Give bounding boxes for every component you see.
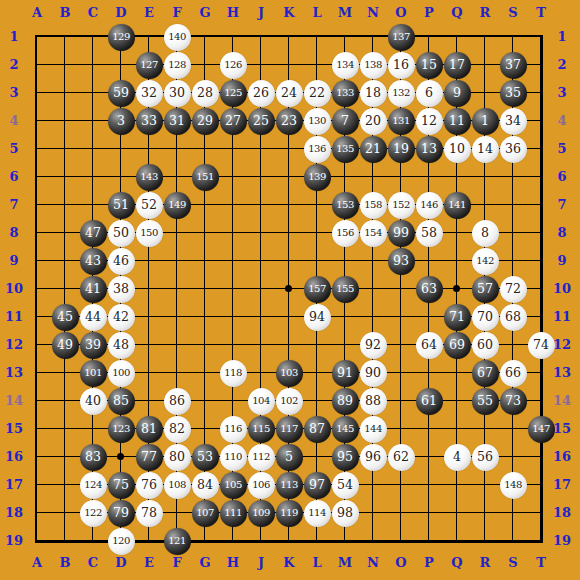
intersection-B1[interactable] (51, 23, 79, 51)
intersection-S5[interactable]: 36 (499, 135, 527, 163)
intersection-B6[interactable] (51, 163, 79, 191)
intersection-J4[interactable]: 25 (247, 107, 275, 135)
intersection-J5[interactable] (247, 135, 275, 163)
intersection-H17[interactable]: 105 (219, 471, 247, 499)
intersection-E17[interactable]: 76 (135, 471, 163, 499)
intersection-B13[interactable] (51, 359, 79, 387)
intersection-H6[interactable] (219, 163, 247, 191)
intersection-F4[interactable]: 31 (163, 107, 191, 135)
intersection-B2[interactable] (51, 51, 79, 79)
intersection-S12[interactable] (499, 331, 527, 359)
intersection-O4[interactable]: 131 (387, 107, 415, 135)
intersection-N19[interactable] (359, 527, 387, 555)
intersection-M19[interactable] (331, 527, 359, 555)
intersection-F10[interactable] (163, 275, 191, 303)
intersection-N16[interactable]: 96 (359, 443, 387, 471)
intersection-Q3[interactable]: 9 (443, 79, 471, 107)
intersection-R3[interactable] (471, 79, 499, 107)
intersection-Q16[interactable]: 4 (443, 443, 471, 471)
intersection-O15[interactable] (387, 415, 415, 443)
intersection-E2[interactable]: 127 (135, 51, 163, 79)
intersection-G14[interactable] (191, 387, 219, 415)
intersection-J7[interactable] (247, 191, 275, 219)
intersection-N7[interactable]: 158 (359, 191, 387, 219)
intersection-G19[interactable] (191, 527, 219, 555)
intersection-P15[interactable] (415, 415, 443, 443)
intersection-R7[interactable] (471, 191, 499, 219)
intersection-L6[interactable]: 139 (303, 163, 331, 191)
intersection-R1[interactable] (471, 23, 499, 51)
intersection-L8[interactable] (303, 219, 331, 247)
intersection-S8[interactable] (499, 219, 527, 247)
intersection-O14[interactable] (387, 387, 415, 415)
intersection-D5[interactable] (107, 135, 135, 163)
intersection-C16[interactable]: 83 (79, 443, 107, 471)
intersection-Q9[interactable] (443, 247, 471, 275)
intersection-K1[interactable] (275, 23, 303, 51)
intersection-K9[interactable] (275, 247, 303, 275)
intersection-Q18[interactable] (443, 499, 471, 527)
intersection-O16[interactable]: 62 (387, 443, 415, 471)
intersection-D14[interactable]: 85 (107, 387, 135, 415)
intersection-E7[interactable]: 52 (135, 191, 163, 219)
intersection-Q15[interactable] (443, 415, 471, 443)
intersection-Q1[interactable] (443, 23, 471, 51)
intersection-F16[interactable]: 80 (163, 443, 191, 471)
intersection-S17[interactable]: 148 (499, 471, 527, 499)
intersection-S2[interactable]: 37 (499, 51, 527, 79)
intersection-M13[interactable]: 91 (331, 359, 359, 387)
intersection-O19[interactable] (387, 527, 415, 555)
intersection-G15[interactable] (191, 415, 219, 443)
intersection-Q19[interactable] (443, 527, 471, 555)
intersection-P9[interactable] (415, 247, 443, 275)
intersection-G2[interactable] (191, 51, 219, 79)
intersection-L7[interactable] (303, 191, 331, 219)
intersection-H12[interactable] (219, 331, 247, 359)
intersection-K12[interactable] (275, 331, 303, 359)
intersection-H13[interactable]: 118 (219, 359, 247, 387)
intersection-O8[interactable]: 99 (387, 219, 415, 247)
intersection-O5[interactable]: 19 (387, 135, 415, 163)
intersection-D13[interactable]: 100 (107, 359, 135, 387)
intersection-O17[interactable] (387, 471, 415, 499)
intersection-G1[interactable] (191, 23, 219, 51)
intersection-F7[interactable]: 149 (163, 191, 191, 219)
intersection-R5[interactable]: 14 (471, 135, 499, 163)
intersection-C13[interactable]: 101 (79, 359, 107, 387)
intersection-J3[interactable]: 26 (247, 79, 275, 107)
intersection-S18[interactable] (499, 499, 527, 527)
intersection-D4[interactable]: 3 (107, 107, 135, 135)
intersection-G3[interactable]: 28 (191, 79, 219, 107)
intersection-D9[interactable]: 46 (107, 247, 135, 275)
intersection-J16[interactable]: 112 (247, 443, 275, 471)
intersection-O3[interactable]: 132 (387, 79, 415, 107)
intersection-F11[interactable] (163, 303, 191, 331)
intersection-K18[interactable]: 119 (275, 499, 303, 527)
intersection-C4[interactable] (79, 107, 107, 135)
intersection-C8[interactable]: 47 (79, 219, 107, 247)
intersection-H16[interactable]: 110 (219, 443, 247, 471)
intersection-G6[interactable]: 151 (191, 163, 219, 191)
intersection-G7[interactable] (191, 191, 219, 219)
intersection-J13[interactable] (247, 359, 275, 387)
intersection-F19[interactable]: 121 (163, 527, 191, 555)
intersection-N9[interactable] (359, 247, 387, 275)
intersection-K7[interactable] (275, 191, 303, 219)
intersection-L9[interactable] (303, 247, 331, 275)
intersection-F15[interactable]: 82 (163, 415, 191, 443)
intersection-H4[interactable]: 27 (219, 107, 247, 135)
intersection-S16[interactable] (499, 443, 527, 471)
intersection-C6[interactable] (79, 163, 107, 191)
intersection-J6[interactable] (247, 163, 275, 191)
intersection-E12[interactable] (135, 331, 163, 359)
intersection-C12[interactable]: 39 (79, 331, 107, 359)
intersection-M16[interactable]: 95 (331, 443, 359, 471)
intersection-D16[interactable] (107, 443, 135, 471)
intersection-R15[interactable] (471, 415, 499, 443)
intersection-Q4[interactable]: 11 (443, 107, 471, 135)
intersection-B3[interactable] (51, 79, 79, 107)
intersection-K5[interactable] (275, 135, 303, 163)
intersection-B5[interactable] (51, 135, 79, 163)
intersection-H5[interactable] (219, 135, 247, 163)
intersection-M7[interactable]: 153 (331, 191, 359, 219)
intersection-M12[interactable] (331, 331, 359, 359)
intersection-P8[interactable]: 58 (415, 219, 443, 247)
intersection-C18[interactable]: 122 (79, 499, 107, 527)
intersection-R4[interactable]: 1 (471, 107, 499, 135)
intersection-B16[interactable] (51, 443, 79, 471)
intersection-N4[interactable]: 20 (359, 107, 387, 135)
intersection-J11[interactable] (247, 303, 275, 331)
intersection-E8[interactable]: 150 (135, 219, 163, 247)
intersection-O11[interactable] (387, 303, 415, 331)
intersection-F12[interactable] (163, 331, 191, 359)
intersection-E6[interactable]: 143 (135, 163, 163, 191)
intersection-L17[interactable]: 97 (303, 471, 331, 499)
intersection-N11[interactable] (359, 303, 387, 331)
intersection-S9[interactable] (499, 247, 527, 275)
intersection-L12[interactable] (303, 331, 331, 359)
intersection-K11[interactable] (275, 303, 303, 331)
intersection-M18[interactable]: 98 (331, 499, 359, 527)
intersection-R19[interactable] (471, 527, 499, 555)
intersection-Q8[interactable] (443, 219, 471, 247)
intersection-F5[interactable] (163, 135, 191, 163)
intersection-R6[interactable] (471, 163, 499, 191)
intersection-J8[interactable] (247, 219, 275, 247)
intersection-G17[interactable]: 84 (191, 471, 219, 499)
intersection-J19[interactable] (247, 527, 275, 555)
intersection-O2[interactable]: 16 (387, 51, 415, 79)
intersection-E16[interactable]: 77 (135, 443, 163, 471)
intersection-B7[interactable] (51, 191, 79, 219)
intersection-M11[interactable] (331, 303, 359, 331)
intersection-R10[interactable]: 57 (471, 275, 499, 303)
intersection-L18[interactable]: 114 (303, 499, 331, 527)
intersection-K16[interactable]: 5 (275, 443, 303, 471)
intersection-D11[interactable]: 42 (107, 303, 135, 331)
intersection-K4[interactable]: 23 (275, 107, 303, 135)
intersection-E1[interactable] (135, 23, 163, 51)
intersection-P13[interactable] (415, 359, 443, 387)
intersection-D10[interactable]: 38 (107, 275, 135, 303)
intersection-L16[interactable] (303, 443, 331, 471)
intersection-Q12[interactable]: 69 (443, 331, 471, 359)
intersection-O9[interactable]: 93 (387, 247, 415, 275)
intersection-O7[interactable]: 152 (387, 191, 415, 219)
intersection-B11[interactable]: 45 (51, 303, 79, 331)
intersection-S19[interactable] (499, 527, 527, 555)
intersection-F18[interactable] (163, 499, 191, 527)
intersection-M6[interactable] (331, 163, 359, 191)
intersection-E18[interactable]: 78 (135, 499, 163, 527)
intersection-S10[interactable]: 72 (499, 275, 527, 303)
intersection-M15[interactable]: 145 (331, 415, 359, 443)
intersection-C9[interactable]: 43 (79, 247, 107, 275)
intersection-B19[interactable] (51, 527, 79, 555)
intersection-G10[interactable] (191, 275, 219, 303)
intersection-L3[interactable]: 22 (303, 79, 331, 107)
intersection-J10[interactable] (247, 275, 275, 303)
intersection-G12[interactable] (191, 331, 219, 359)
intersection-Q17[interactable] (443, 471, 471, 499)
intersection-R17[interactable] (471, 471, 499, 499)
intersection-S6[interactable] (499, 163, 527, 191)
intersection-L11[interactable]: 94 (303, 303, 331, 331)
intersection-N13[interactable]: 90 (359, 359, 387, 387)
intersection-S15[interactable] (499, 415, 527, 443)
intersection-K10[interactable] (275, 275, 303, 303)
intersection-L5[interactable]: 136 (303, 135, 331, 163)
intersection-H1[interactable] (219, 23, 247, 51)
intersection-F6[interactable] (163, 163, 191, 191)
intersection-B18[interactable] (51, 499, 79, 527)
intersection-L15[interactable]: 87 (303, 415, 331, 443)
intersection-D8[interactable]: 50 (107, 219, 135, 247)
intersection-N15[interactable]: 144 (359, 415, 387, 443)
intersection-G16[interactable]: 53 (191, 443, 219, 471)
intersection-N6[interactable] (359, 163, 387, 191)
intersection-G13[interactable] (191, 359, 219, 387)
intersection-E19[interactable] (135, 527, 163, 555)
intersection-C1[interactable] (79, 23, 107, 51)
intersection-N10[interactable] (359, 275, 387, 303)
intersection-P1[interactable] (415, 23, 443, 51)
intersection-P5[interactable]: 13 (415, 135, 443, 163)
intersection-M2[interactable]: 134 (331, 51, 359, 79)
intersection-L2[interactable] (303, 51, 331, 79)
intersection-D15[interactable]: 123 (107, 415, 135, 443)
intersection-H18[interactable]: 111 (219, 499, 247, 527)
intersection-G11[interactable] (191, 303, 219, 331)
intersection-R14[interactable]: 55 (471, 387, 499, 415)
intersection-J12[interactable] (247, 331, 275, 359)
intersection-F13[interactable] (163, 359, 191, 387)
intersection-M8[interactable]: 156 (331, 219, 359, 247)
intersection-R18[interactable] (471, 499, 499, 527)
intersection-K19[interactable] (275, 527, 303, 555)
intersection-P12[interactable]: 64 (415, 331, 443, 359)
intersection-K2[interactable] (275, 51, 303, 79)
intersection-H3[interactable]: 125 (219, 79, 247, 107)
intersection-Q5[interactable]: 10 (443, 135, 471, 163)
intersection-Q10[interactable] (443, 275, 471, 303)
intersection-G4[interactable]: 29 (191, 107, 219, 135)
intersection-N3[interactable]: 18 (359, 79, 387, 107)
intersection-N18[interactable] (359, 499, 387, 527)
intersection-D7[interactable]: 51 (107, 191, 135, 219)
intersection-C7[interactable] (79, 191, 107, 219)
intersection-F9[interactable] (163, 247, 191, 275)
intersection-D3[interactable]: 59 (107, 79, 135, 107)
intersection-D19[interactable]: 120 (107, 527, 135, 555)
intersection-H2[interactable]: 126 (219, 51, 247, 79)
intersection-L19[interactable] (303, 527, 331, 555)
intersection-Q14[interactable] (443, 387, 471, 415)
intersection-H11[interactable] (219, 303, 247, 331)
intersection-E10[interactable] (135, 275, 163, 303)
intersection-P18[interactable] (415, 499, 443, 527)
intersection-M1[interactable] (331, 23, 359, 51)
intersection-P17[interactable] (415, 471, 443, 499)
intersection-M17[interactable]: 54 (331, 471, 359, 499)
intersection-M4[interactable]: 7 (331, 107, 359, 135)
intersection-L10[interactable]: 157 (303, 275, 331, 303)
intersection-B10[interactable] (51, 275, 79, 303)
intersection-H19[interactable] (219, 527, 247, 555)
intersection-B9[interactable] (51, 247, 79, 275)
intersection-Q11[interactable]: 71 (443, 303, 471, 331)
intersection-P4[interactable]: 12 (415, 107, 443, 135)
intersection-R8[interactable]: 8 (471, 219, 499, 247)
intersection-O13[interactable] (387, 359, 415, 387)
intersection-C11[interactable]: 44 (79, 303, 107, 331)
intersection-E9[interactable] (135, 247, 163, 275)
intersection-O12[interactable] (387, 331, 415, 359)
intersection-E4[interactable]: 33 (135, 107, 163, 135)
intersection-N1[interactable] (359, 23, 387, 51)
intersection-S1[interactable] (499, 23, 527, 51)
intersection-O10[interactable] (387, 275, 415, 303)
intersection-S13[interactable]: 66 (499, 359, 527, 387)
intersection-J15[interactable]: 115 (247, 415, 275, 443)
intersection-S11[interactable]: 68 (499, 303, 527, 331)
intersection-K14[interactable]: 102 (275, 387, 303, 415)
intersection-B14[interactable] (51, 387, 79, 415)
intersection-N17[interactable] (359, 471, 387, 499)
intersection-C3[interactable] (79, 79, 107, 107)
intersection-R11[interactable]: 70 (471, 303, 499, 331)
intersection-P14[interactable]: 61 (415, 387, 443, 415)
intersection-Q2[interactable]: 17 (443, 51, 471, 79)
intersection-N14[interactable]: 88 (359, 387, 387, 415)
intersection-M3[interactable]: 133 (331, 79, 359, 107)
intersection-P6[interactable] (415, 163, 443, 191)
intersection-R13[interactable]: 67 (471, 359, 499, 387)
intersection-F17[interactable]: 108 (163, 471, 191, 499)
intersection-B15[interactable] (51, 415, 79, 443)
intersection-F8[interactable] (163, 219, 191, 247)
intersection-J1[interactable] (247, 23, 275, 51)
intersection-B8[interactable] (51, 219, 79, 247)
intersection-M14[interactable]: 89 (331, 387, 359, 415)
intersection-C17[interactable]: 124 (79, 471, 107, 499)
intersection-T15[interactable]: 147 (527, 415, 555, 443)
intersection-D1[interactable]: 129 (107, 23, 135, 51)
intersection-C10[interactable]: 41 (79, 275, 107, 303)
intersection-C2[interactable] (79, 51, 107, 79)
intersection-C5[interactable] (79, 135, 107, 163)
intersection-L1[interactable] (303, 23, 331, 51)
intersection-P11[interactable] (415, 303, 443, 331)
intersection-G8[interactable] (191, 219, 219, 247)
intersection-K17[interactable]: 113 (275, 471, 303, 499)
intersection-T12[interactable]: 74 (527, 331, 555, 359)
intersection-E14[interactable] (135, 387, 163, 415)
intersection-M5[interactable]: 135 (331, 135, 359, 163)
intersection-O6[interactable] (387, 163, 415, 191)
intersection-D6[interactable] (107, 163, 135, 191)
intersection-D2[interactable] (107, 51, 135, 79)
intersection-N2[interactable]: 138 (359, 51, 387, 79)
intersection-P3[interactable]: 6 (415, 79, 443, 107)
intersection-J18[interactable]: 109 (247, 499, 275, 527)
intersection-H15[interactable]: 116 (219, 415, 247, 443)
intersection-D12[interactable]: 48 (107, 331, 135, 359)
intersection-P19[interactable] (415, 527, 443, 555)
intersection-E11[interactable] (135, 303, 163, 331)
intersection-G9[interactable] (191, 247, 219, 275)
intersection-F2[interactable]: 128 (163, 51, 191, 79)
intersection-K3[interactable]: 24 (275, 79, 303, 107)
intersection-C14[interactable]: 40 (79, 387, 107, 415)
intersection-N12[interactable]: 92 (359, 331, 387, 359)
intersection-S7[interactable] (499, 191, 527, 219)
intersection-R16[interactable]: 56 (471, 443, 499, 471)
intersection-G5[interactable] (191, 135, 219, 163)
intersection-P7[interactable]: 146 (415, 191, 443, 219)
intersection-J2[interactable] (247, 51, 275, 79)
intersection-E5[interactable] (135, 135, 163, 163)
intersection-B12[interactable]: 49 (51, 331, 79, 359)
intersection-D18[interactable]: 79 (107, 499, 135, 527)
intersection-B4[interactable] (51, 107, 79, 135)
intersection-P10[interactable]: 63 (415, 275, 443, 303)
intersection-J9[interactable] (247, 247, 275, 275)
intersection-R12[interactable]: 60 (471, 331, 499, 359)
intersection-M9[interactable] (331, 247, 359, 275)
intersection-J17[interactable]: 106 (247, 471, 275, 499)
intersection-P16[interactable] (415, 443, 443, 471)
intersection-H7[interactable] (219, 191, 247, 219)
intersection-L4[interactable]: 130 (303, 107, 331, 135)
intersection-L14[interactable] (303, 387, 331, 415)
intersection-N8[interactable]: 154 (359, 219, 387, 247)
intersection-S14[interactable]: 73 (499, 387, 527, 415)
intersection-H10[interactable] (219, 275, 247, 303)
intersection-F14[interactable]: 86 (163, 387, 191, 415)
intersection-S3[interactable]: 35 (499, 79, 527, 107)
intersection-E13[interactable] (135, 359, 163, 387)
intersection-B17[interactable] (51, 471, 79, 499)
intersection-G18[interactable]: 107 (191, 499, 219, 527)
intersection-J14[interactable]: 104 (247, 387, 275, 415)
intersection-Q7[interactable]: 141 (443, 191, 471, 219)
